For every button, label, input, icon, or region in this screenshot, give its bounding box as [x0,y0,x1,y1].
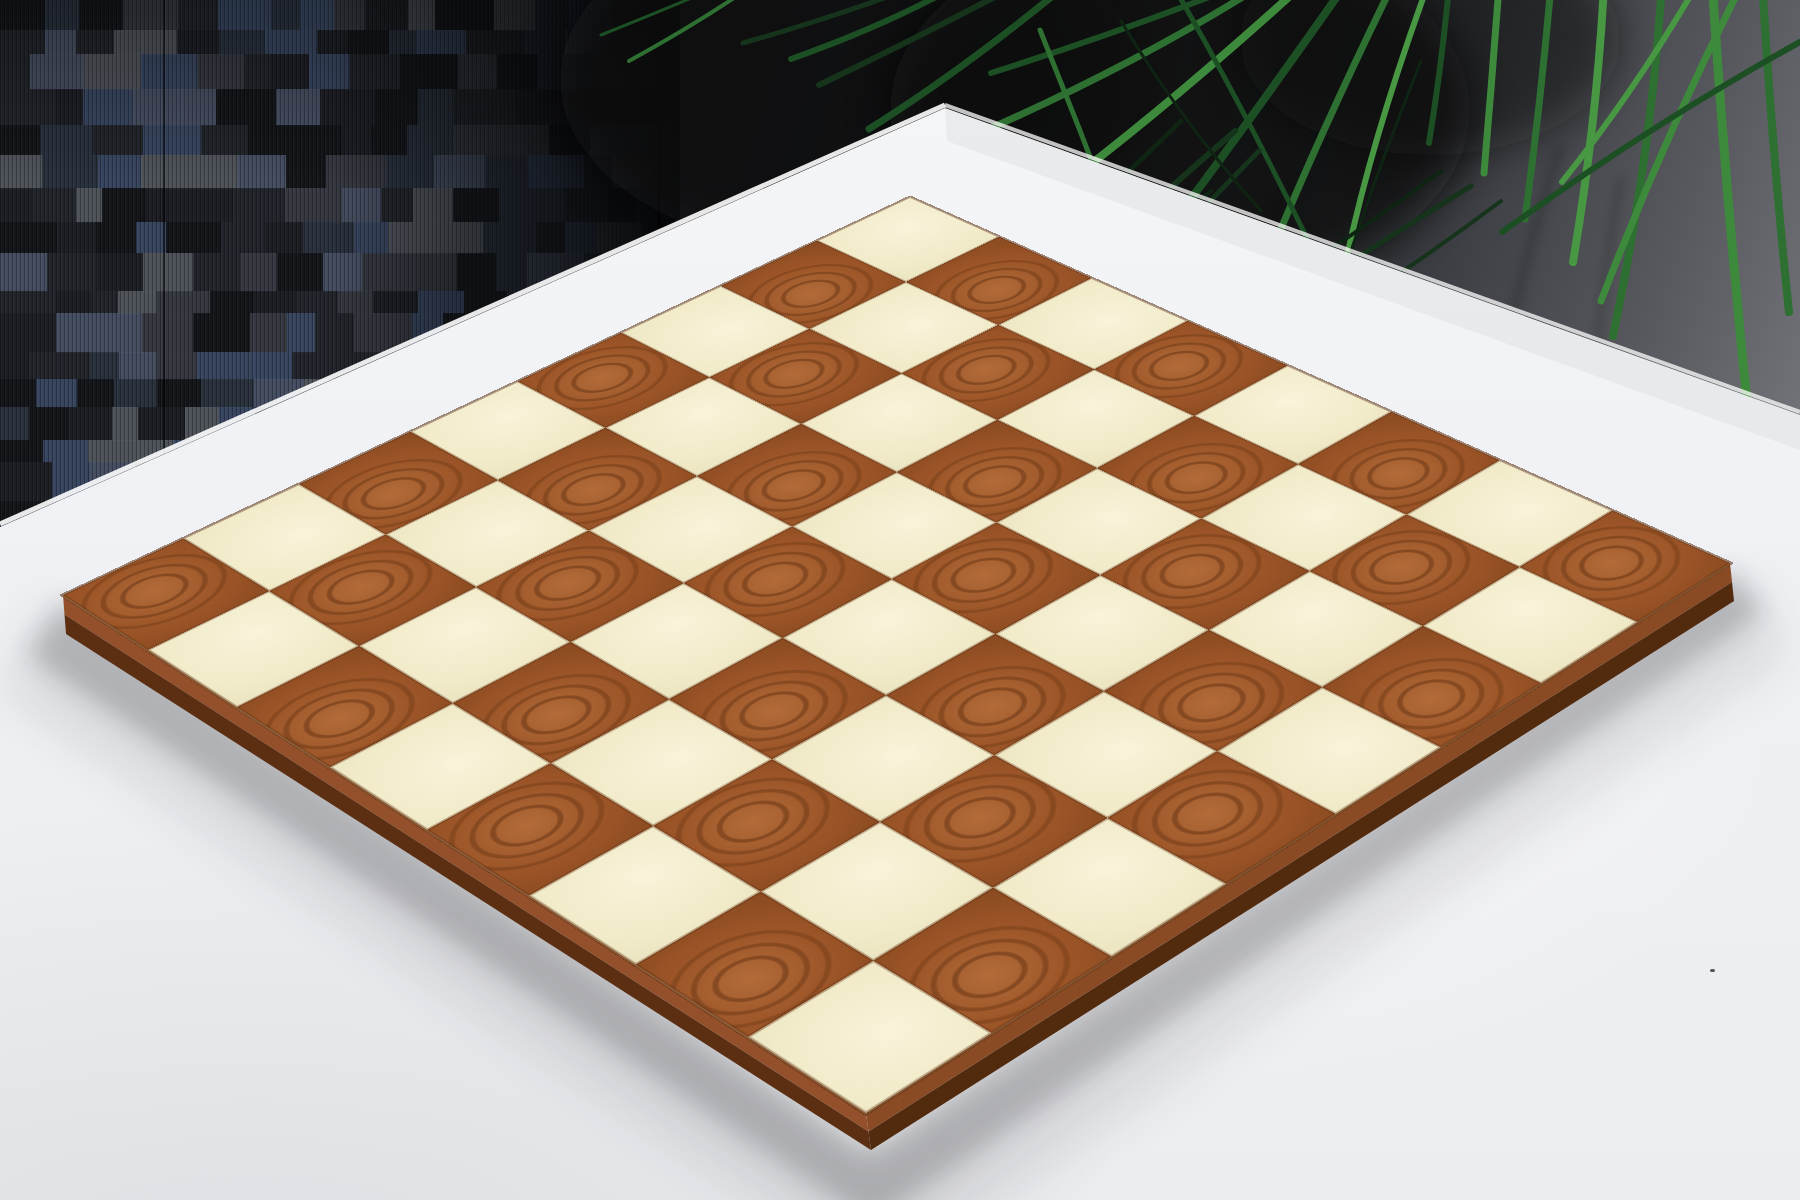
mosaic-tile [143,253,194,292]
mosaic-tile [0,352,30,380]
mosaic-tile [635,188,687,223]
mosaic-tile [342,188,382,223]
mosaic-tile [389,30,418,56]
mosaic-tile [77,379,115,408]
mosaic-tile [568,0,614,31]
mosaic-tile [549,125,590,156]
mosaic-tile [45,30,77,56]
mosaic-tile [133,89,182,126]
mosaic-tile [30,54,83,90]
mosaic-tile [92,125,144,156]
mosaic-tile [143,125,202,156]
mosaic-tile [141,155,195,190]
mosaic-tile [496,253,528,292]
mosaic-tile [0,54,31,90]
mosaic-tile [82,313,143,353]
mosaic-tile [483,222,537,254]
mosaic-tile [254,352,293,380]
mosaic-tile [388,222,445,254]
mosaic-tile [76,188,104,223]
mosaic-tile [193,253,241,292]
mosaic-tile [453,89,482,126]
mosaic-tile [386,155,435,190]
mosaic-tile [40,125,93,156]
mosaic-tile [317,30,349,56]
mosaic-tile [0,407,30,441]
mosaic-tile [371,125,408,156]
mosaic-tile [373,291,419,314]
mosaic-tile [88,440,139,463]
mosaic-tile [60,352,91,380]
mosaic-tile [182,89,217,126]
mosaic-tile [535,0,568,31]
mosaic-tile [482,89,517,126]
mosaic-tile [29,352,61,380]
mosaic-tile [0,155,43,190]
mosaic-tile [287,125,344,156]
mosaic-tile [0,188,33,223]
wall-seam [658,0,660,240]
mosaic-tile [0,222,58,254]
mosaic-tile [277,253,323,292]
mosaic-tile [102,188,146,223]
mosaic-tile [458,54,497,90]
mosaic-tile [565,222,597,254]
mosaic-tile [29,407,69,441]
mosaic-tile [216,89,249,126]
mosaic-tile [138,407,186,441]
mosaic-tile [303,222,355,254]
mosaic-tile [400,54,460,90]
mosaic-tile [56,291,91,314]
mosaic-tile [435,0,495,31]
mosaic-tile [0,0,46,31]
mosaic-tile [32,188,77,223]
mosaic-tile [43,440,89,463]
mosaic-tile [320,89,376,126]
mosaic-tile [524,30,566,56]
mosaic-tile [185,188,234,223]
mosaic-tile [349,54,401,90]
mosaic-tile [146,188,186,223]
mosaic-tile [608,188,636,223]
mosaic-tile [254,291,297,314]
mosaic-tile [45,0,80,31]
mosaic-tile [197,54,246,90]
mosaic-tile [123,0,180,31]
mosaic-tile [457,253,497,292]
mosaic-tile [221,222,266,254]
mosaic-tile [142,313,195,353]
mosaic-tile [244,54,272,90]
mosaic-tile [98,155,142,190]
mosaic-tile [466,30,525,56]
mosaic-tile [494,0,536,31]
mosaic-tile [590,125,648,156]
mosaic-tile [354,222,389,254]
mosaic-tile [334,0,366,31]
mosaic-tile [565,30,607,56]
mosaic-tile [606,30,648,56]
mosaic-tile [56,313,83,353]
mosaic-tile [0,313,57,353]
mosaic-tile [141,54,197,90]
mosaic-tile [0,291,57,314]
mosaic-tile [584,155,613,190]
mosaic-tile [271,0,301,31]
mosaic-tile [177,30,220,56]
mosaic-tile [497,54,539,90]
mosaic-tile [119,352,157,380]
mosaic-tile [528,155,585,190]
mosaic-tile [142,30,177,56]
mosaic-tile [90,352,120,380]
mosaic-tile [114,30,144,56]
mosaic-tile [112,407,139,441]
mosaic-tile [296,291,339,314]
photo-scene: { "game": "chess", "position": { "fen": … [0,0,1800,1200]
mosaic-tile [238,155,287,190]
mosaic-tile [408,0,437,31]
mosaic-tile [536,222,566,254]
mosaic-tile [276,89,321,126]
mosaic-tile [418,89,455,126]
mosaic-tile [315,313,355,353]
mosaic-tile [342,125,371,156]
mosaic-tile [597,54,654,90]
mosaic-tile [568,89,601,126]
mosaic-tile [287,313,316,353]
mosaic-tile [0,462,53,503]
mosaic-tile [265,30,318,56]
mosaic-tile [0,89,57,126]
mosaic-tile [326,155,386,190]
mosaic-tile [453,188,499,223]
mosaic-tile [233,188,285,223]
mosaic-tile [118,291,157,314]
mosaic-tile [247,89,277,126]
mosaic-tile [338,291,373,314]
mosaic-tile [565,188,609,223]
mosaic-tile [97,253,144,292]
mosaic-tile [647,30,683,56]
mosaic-tile [0,125,41,156]
mosaic-tile [57,222,98,254]
mosaic-tile [114,379,158,408]
mosaic-tile [0,379,37,408]
mosaic-tile [418,291,465,314]
mosaic-tile [193,155,239,190]
mosaic-tile [285,188,343,223]
mosaic-tile [83,54,143,90]
mosaic-tile [197,352,254,380]
mosaic-tile [42,155,99,190]
mosaic-tile [166,222,222,254]
mosaic-tile [76,30,115,56]
mosaic-tile [413,188,454,223]
mosaic-tile [0,30,46,56]
mosaic-tile [219,30,267,56]
mosaic-tile [612,0,649,31]
mosaic-tile [201,379,255,408]
mosaic-tile [492,125,550,156]
mosaic-tile [47,253,98,292]
mosaic-tile [240,253,278,292]
mosaic-tile [323,253,363,292]
mosaic-tile [515,89,569,126]
mosaic-tile [444,222,484,254]
mosaic-tile [193,313,251,353]
mosaic-tile [416,30,466,56]
mosaic-tile [286,155,328,190]
mosaic-tile [91,291,120,314]
mosaic-tile [485,155,529,190]
mosaic-tile [248,125,287,156]
mosaic-tile [0,253,48,292]
mosaic-tile [56,89,84,126]
mosaic-tile [68,407,113,441]
mosaic-tile [96,222,136,254]
mosaic-tile [407,125,454,156]
mosaic-tile [218,0,272,31]
mosaic-tile [365,0,409,31]
mosaic-tile [612,155,655,190]
mosaic-tile [0,440,44,463]
mosaic-tile [178,0,219,31]
mosaic-tile [292,352,335,380]
mosaic-tile [454,125,494,156]
mosaic-tile [271,54,310,90]
mosaic-tile [413,253,458,292]
mosaic-tile [79,0,123,31]
mosaic-tile [309,54,349,90]
mosaic-tile [600,89,648,126]
mosaic-tile [381,188,414,223]
table-speck [1710,969,1715,972]
mosaic-tile [354,313,413,353]
mosaic-tile [348,30,390,56]
mosaic-tile [300,0,335,31]
mosaic-tile [265,222,304,254]
mosaic-tile [530,188,566,223]
mosaic-tile [36,379,78,408]
mosaic-tile [83,89,134,126]
wall-seam [163,0,165,530]
mosaic-tile [362,253,414,292]
mosaic-tile [538,54,599,90]
mosaic-tile [201,125,250,156]
mosaic-tile [434,155,487,190]
mosaic-tile [499,188,532,223]
mosaic-tile [375,89,419,126]
mosaic-tile [210,291,255,314]
mosaic-tile [250,313,288,353]
